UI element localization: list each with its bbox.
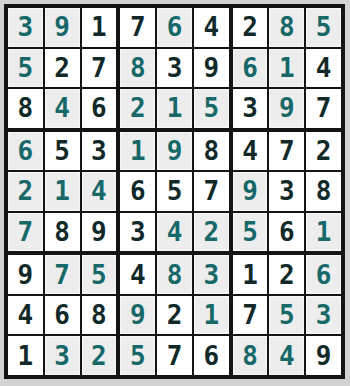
- cell-r8c1[interactable]: 4: [8, 296, 43, 335]
- sudoku-box-7: 975468132: [8, 255, 116, 375]
- cell-r1c4[interactable]: 7: [120, 8, 155, 47]
- cell-r8c4[interactable]: 9: [120, 296, 155, 335]
- cell-r9c1[interactable]: 1: [8, 336, 43, 375]
- cell-r2c5[interactable]: 3: [157, 49, 192, 88]
- cell-r2c3[interactable]: 7: [82, 49, 117, 88]
- cell-r1c7[interactable]: 2: [233, 8, 268, 47]
- cell-r3c5[interactable]: 1: [157, 89, 192, 128]
- cell-r5c1[interactable]: 2: [8, 172, 43, 211]
- cell-r2c7[interactable]: 6: [233, 49, 268, 88]
- cell-r9c8[interactable]: 4: [269, 336, 304, 375]
- cell-r7c7[interactable]: 1: [233, 255, 268, 294]
- cell-r3c8[interactable]: 9: [269, 89, 304, 128]
- sudoku-box-9: 126753849: [233, 255, 341, 375]
- cell-r2c4[interactable]: 8: [120, 49, 155, 88]
- cell-r8c8[interactable]: 5: [269, 296, 304, 335]
- cell-r5c3[interactable]: 4: [82, 172, 117, 211]
- sudoku-box-8: 483921576: [120, 255, 228, 375]
- cell-r5c6[interactable]: 7: [194, 172, 229, 211]
- cell-r3c7[interactable]: 3: [233, 89, 268, 128]
- cell-r2c2[interactable]: 2: [45, 49, 80, 88]
- cell-r3c3[interactable]: 6: [82, 89, 117, 128]
- cell-r8c3[interactable]: 8: [82, 296, 117, 335]
- cell-r4c7[interactable]: 4: [233, 132, 268, 171]
- cell-r6c2[interactable]: 8: [45, 213, 80, 252]
- cell-r9c7[interactable]: 8: [233, 336, 268, 375]
- cell-r1c5[interactable]: 6: [157, 8, 192, 47]
- cell-r1c3[interactable]: 1: [82, 8, 117, 47]
- cell-r3c1[interactable]: 8: [8, 89, 43, 128]
- sudoku-box-1: 391527846: [8, 8, 116, 128]
- cell-r8c6[interactable]: 1: [194, 296, 229, 335]
- cell-r5c9[interactable]: 8: [306, 172, 341, 211]
- cell-r6c7[interactable]: 5: [233, 213, 268, 252]
- cell-r7c6[interactable]: 3: [194, 255, 229, 294]
- cell-r4c5[interactable]: 9: [157, 132, 192, 171]
- cell-r6c3[interactable]: 9: [82, 213, 117, 252]
- cell-r8c2[interactable]: 6: [45, 296, 80, 335]
- sudoku-box-3: 285614397: [233, 8, 341, 128]
- cell-r5c2[interactable]: 1: [45, 172, 80, 211]
- cell-r7c2[interactable]: 7: [45, 255, 80, 294]
- sudoku-box-6: 472938561: [233, 132, 341, 252]
- cell-r4c8[interactable]: 7: [269, 132, 304, 171]
- cell-r6c6[interactable]: 2: [194, 213, 229, 252]
- cell-r5c7[interactable]: 9: [233, 172, 268, 211]
- cell-r4c2[interactable]: 5: [45, 132, 80, 171]
- cell-r4c1[interactable]: 6: [8, 132, 43, 171]
- cell-r3c2[interactable]: 4: [45, 89, 80, 128]
- cell-r9c5[interactable]: 7: [157, 336, 192, 375]
- cell-r9c4[interactable]: 5: [120, 336, 155, 375]
- cell-r5c4[interactable]: 6: [120, 172, 155, 211]
- cell-r7c5[interactable]: 8: [157, 255, 192, 294]
- sudoku-board: 3915278467648392152856143976532147891986…: [4, 4, 345, 379]
- cell-r7c9[interactable]: 6: [306, 255, 341, 294]
- sudoku-box-5: 198657342: [120, 132, 228, 252]
- cell-r4c3[interactable]: 3: [82, 132, 117, 171]
- cell-r5c8[interactable]: 3: [269, 172, 304, 211]
- cell-r9c9[interactable]: 9: [306, 336, 341, 375]
- cell-r7c1[interactable]: 9: [8, 255, 43, 294]
- cell-r1c2[interactable]: 9: [45, 8, 80, 47]
- cell-r9c3[interactable]: 2: [82, 336, 117, 375]
- cell-r1c9[interactable]: 5: [306, 8, 341, 47]
- cell-r5c5[interactable]: 5: [157, 172, 192, 211]
- cell-r1c8[interactable]: 8: [269, 8, 304, 47]
- cell-r2c1[interactable]: 5: [8, 49, 43, 88]
- cell-r7c8[interactable]: 2: [269, 255, 304, 294]
- cell-r6c9[interactable]: 1: [306, 213, 341, 252]
- cell-r6c8[interactable]: 6: [269, 213, 304, 252]
- cell-r6c1[interactable]: 7: [8, 213, 43, 252]
- cell-r4c6[interactable]: 8: [194, 132, 229, 171]
- cell-r1c6[interactable]: 4: [194, 8, 229, 47]
- sudoku-box-2: 764839215: [120, 8, 228, 128]
- cell-r8c7[interactable]: 7: [233, 296, 268, 335]
- cell-r4c9[interactable]: 2: [306, 132, 341, 171]
- cell-r8c5[interactable]: 2: [157, 296, 192, 335]
- cell-r3c9[interactable]: 7: [306, 89, 341, 128]
- cell-r9c6[interactable]: 6: [194, 336, 229, 375]
- cell-r2c6[interactable]: 9: [194, 49, 229, 88]
- page-background: 3915278467648392152856143976532147891986…: [0, 0, 350, 386]
- cell-r9c2[interactable]: 3: [45, 336, 80, 375]
- cell-r6c4[interactable]: 3: [120, 213, 155, 252]
- cell-r1c1[interactable]: 3: [8, 8, 43, 47]
- cell-r8c9[interactable]: 3: [306, 296, 341, 335]
- cell-r3c4[interactable]: 2: [120, 89, 155, 128]
- cell-r2c9[interactable]: 4: [306, 49, 341, 88]
- cell-r7c4[interactable]: 4: [120, 255, 155, 294]
- cell-r7c3[interactable]: 5: [82, 255, 117, 294]
- cell-r6c5[interactable]: 4: [157, 213, 192, 252]
- cell-r4c4[interactable]: 1: [120, 132, 155, 171]
- cell-r2c8[interactable]: 1: [269, 49, 304, 88]
- sudoku-box-4: 653214789: [8, 132, 116, 252]
- cell-r3c6[interactable]: 5: [194, 89, 229, 128]
